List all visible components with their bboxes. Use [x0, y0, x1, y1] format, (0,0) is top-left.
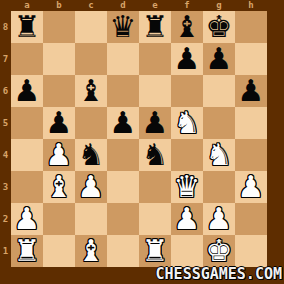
black-pawn-piece: ♟ [206, 43, 233, 75]
square-d1[interactable] [107, 235, 139, 267]
white-pawn-piece: ♟ [46, 139, 73, 171]
square-h3[interactable]: ♟ [235, 171, 267, 203]
square-d2[interactable] [107, 203, 139, 235]
square-f2[interactable]: ♟ [171, 203, 203, 235]
square-f3[interactable]: ♛ [171, 171, 203, 203]
square-g3[interactable] [203, 171, 235, 203]
rank-label-3: 3 [0, 171, 11, 203]
rank-label-6: 6 [0, 75, 11, 107]
file-label-h: h [235, 0, 267, 11]
square-d5[interactable]: ♟ [107, 107, 139, 139]
square-a7[interactable] [11, 43, 43, 75]
square-c2[interactable] [75, 203, 107, 235]
square-d7[interactable] [107, 43, 139, 75]
white-bishop-piece: ♝ [46, 171, 73, 203]
square-b6[interactable] [43, 75, 75, 107]
white-rook-piece: ♜ [14, 235, 41, 267]
square-d4[interactable] [107, 139, 139, 171]
square-a2[interactable]: ♟ [11, 203, 43, 235]
square-f1[interactable] [171, 235, 203, 267]
chess-board: ♜♛♜♝♚♟♟♟♝♟♟♟♟♞♟♞♞♞♝♟♛♟♟♟♟♜♝♜♚ [11, 11, 267, 267]
square-c5[interactable] [75, 107, 107, 139]
square-b7[interactable] [43, 43, 75, 75]
square-c6[interactable]: ♝ [75, 75, 107, 107]
rank-label-5: 5 [0, 107, 11, 139]
square-e2[interactable] [139, 203, 171, 235]
square-b4[interactable]: ♟ [43, 139, 75, 171]
square-a8[interactable]: ♜ [11, 11, 43, 43]
file-label-b: b [43, 0, 75, 11]
square-c8[interactable] [75, 11, 107, 43]
square-a3[interactable] [11, 171, 43, 203]
white-bishop-piece: ♝ [78, 235, 105, 267]
square-f4[interactable] [171, 139, 203, 171]
square-e3[interactable] [139, 171, 171, 203]
square-h2[interactable] [235, 203, 267, 235]
square-f7[interactable]: ♟ [171, 43, 203, 75]
square-c4[interactable]: ♞ [75, 139, 107, 171]
white-pawn-piece: ♟ [206, 203, 233, 235]
square-e6[interactable] [139, 75, 171, 107]
rank-label-4: 4 [0, 139, 11, 171]
site-watermark-label: CHESSGAMES.COM [156, 265, 282, 283]
square-h6[interactable]: ♟ [235, 75, 267, 107]
square-g2[interactable]: ♟ [203, 203, 235, 235]
square-b3[interactable]: ♝ [43, 171, 75, 203]
black-knight-piece: ♞ [78, 139, 105, 171]
square-f6[interactable] [171, 75, 203, 107]
black-queen-piece: ♛ [110, 11, 137, 43]
square-a1[interactable]: ♜ [11, 235, 43, 267]
square-h5[interactable] [235, 107, 267, 139]
white-pawn-piece: ♟ [14, 203, 41, 235]
black-knight-piece: ♞ [142, 139, 169, 171]
rank-label-8: 8 [0, 11, 11, 43]
square-h8[interactable] [235, 11, 267, 43]
square-c7[interactable] [75, 43, 107, 75]
rank-label-1: 1 [0, 235, 11, 267]
chess-diagram: abcdefgh 87654321 ♜♛♜♝♚♟♟♟♝♟♟♟♟♞♟♞♞♞♝♟♛♟… [0, 0, 284, 284]
square-e1[interactable]: ♜ [139, 235, 171, 267]
white-pawn-piece: ♟ [78, 171, 105, 203]
black-bishop-piece: ♝ [174, 11, 201, 43]
black-king-piece: ♚ [206, 11, 233, 43]
white-queen-piece: ♛ [174, 171, 201, 203]
file-label-c: c [75, 0, 107, 11]
rank-labels: 87654321 [0, 11, 11, 267]
square-f5[interactable]: ♞ [171, 107, 203, 139]
square-e5[interactable]: ♟ [139, 107, 171, 139]
square-h1[interactable] [235, 235, 267, 267]
square-g4[interactable]: ♞ [203, 139, 235, 171]
square-h7[interactable] [235, 43, 267, 75]
square-b2[interactable] [43, 203, 75, 235]
square-f8[interactable]: ♝ [171, 11, 203, 43]
square-e4[interactable]: ♞ [139, 139, 171, 171]
black-pawn-piece: ♟ [110, 107, 137, 139]
square-g8[interactable]: ♚ [203, 11, 235, 43]
square-g5[interactable] [203, 107, 235, 139]
square-a6[interactable]: ♟ [11, 75, 43, 107]
white-knight-piece: ♞ [174, 107, 201, 139]
square-g1[interactable]: ♚ [203, 235, 235, 267]
square-e7[interactable] [139, 43, 171, 75]
square-b5[interactable]: ♟ [43, 107, 75, 139]
black-pawn-piece: ♟ [46, 107, 73, 139]
black-pawn-piece: ♟ [238, 75, 265, 107]
white-pawn-piece: ♟ [238, 171, 265, 203]
square-e8[interactable]: ♜ [139, 11, 171, 43]
black-rook-piece: ♜ [142, 11, 169, 43]
square-d8[interactable]: ♛ [107, 11, 139, 43]
white-pawn-piece: ♟ [174, 203, 201, 235]
black-rook-piece: ♜ [14, 11, 41, 43]
black-pawn-piece: ♟ [142, 107, 169, 139]
black-bishop-piece: ♝ [78, 75, 105, 107]
rank-label-2: 2 [0, 203, 11, 235]
square-c1[interactable]: ♝ [75, 235, 107, 267]
rank-label-7: 7 [0, 43, 11, 75]
square-d6[interactable] [107, 75, 139, 107]
white-rook-piece: ♜ [142, 235, 169, 267]
square-c3[interactable]: ♟ [75, 171, 107, 203]
white-knight-piece: ♞ [206, 139, 233, 171]
white-king-piece: ♚ [206, 235, 233, 267]
square-a4[interactable] [11, 139, 43, 171]
square-b8[interactable] [43, 11, 75, 43]
square-d3[interactable] [107, 171, 139, 203]
black-pawn-piece: ♟ [174, 43, 201, 75]
square-b1[interactable] [43, 235, 75, 267]
square-g7[interactable]: ♟ [203, 43, 235, 75]
square-g6[interactable] [203, 75, 235, 107]
black-pawn-piece: ♟ [14, 75, 41, 107]
square-h4[interactable] [235, 139, 267, 171]
square-a5[interactable] [11, 107, 43, 139]
